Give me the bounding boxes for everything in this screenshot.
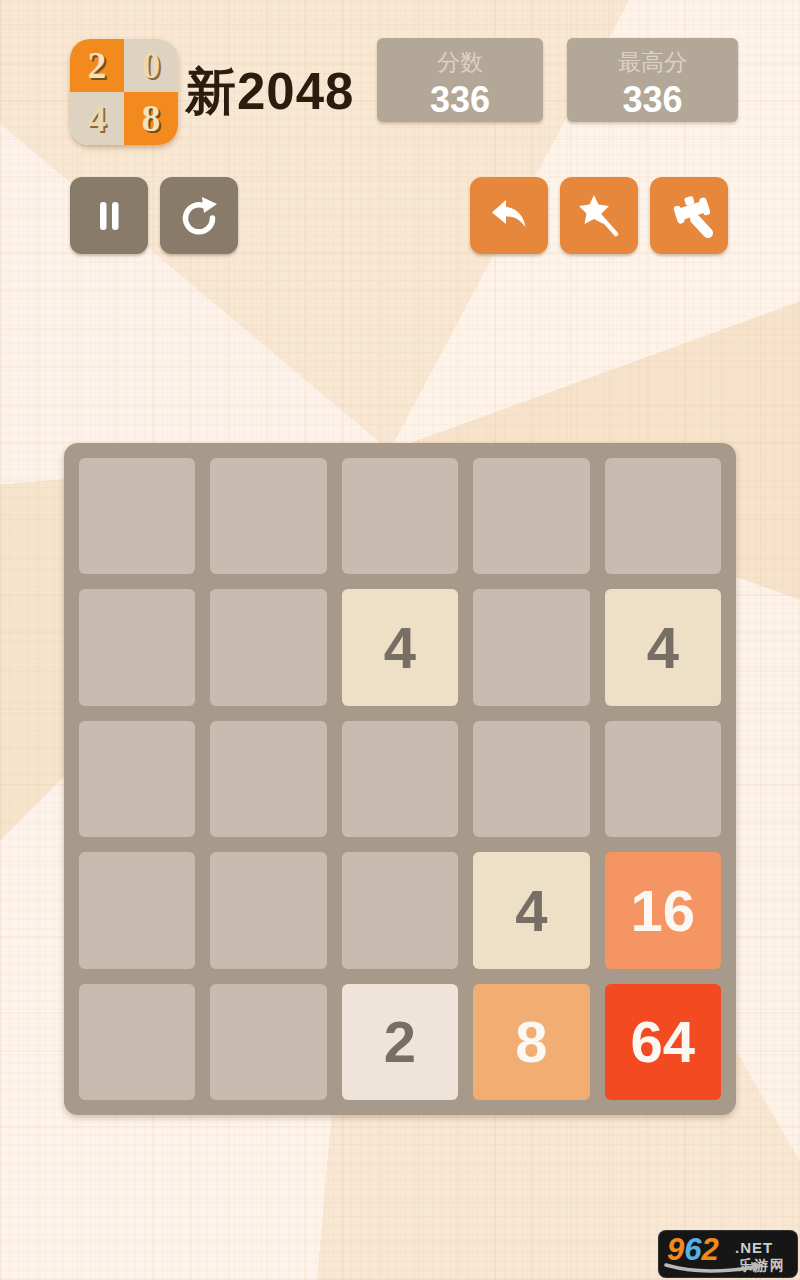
- empty-cell: [342, 721, 458, 837]
- tile-4: 4: [605, 589, 721, 705]
- empty-cell: [342, 852, 458, 968]
- tile-2: 2: [342, 984, 458, 1100]
- tile-4: 4: [342, 589, 458, 705]
- logo-digit: 2: [88, 44, 107, 87]
- score-label: 分数: [377, 47, 543, 78]
- game-screen: 2 0 4 8 新2048 分数 336 最高分 336: [0, 0, 800, 1280]
- watermark-net-label: .NET: [735, 1239, 773, 1256]
- tile-8: 8: [473, 984, 589, 1100]
- restart-icon: [175, 192, 223, 240]
- page-title: 新2048: [185, 39, 354, 145]
- score-box: 分数 336: [377, 38, 543, 122]
- empty-cell: [605, 458, 721, 574]
- magic-wand-icon: [575, 192, 623, 240]
- empty-cell: [210, 589, 326, 705]
- empty-cell: [210, 721, 326, 837]
- undo-icon: [485, 192, 533, 240]
- empty-cell: [342, 458, 458, 574]
- restart-button[interactable]: [160, 177, 238, 254]
- undo-button[interactable]: [470, 177, 548, 254]
- empty-cell: [79, 589, 195, 705]
- empty-cell: [473, 458, 589, 574]
- best-score-label: 最高分: [567, 47, 738, 78]
- logo-tile-0: 0: [124, 39, 178, 92]
- tile-4: 4: [473, 852, 589, 968]
- empty-cell: [605, 721, 721, 837]
- logo-tile-8: 8: [124, 92, 178, 145]
- gavel-icon: [665, 192, 713, 240]
- logo-tile-2: 2: [70, 39, 124, 92]
- empty-cell: [210, 984, 326, 1100]
- empty-cell: [473, 589, 589, 705]
- logo-tile-4: 4: [70, 92, 124, 145]
- empty-cell: [210, 852, 326, 968]
- swoosh-arrow-icon: [663, 1261, 775, 1277]
- empty-cell: [210, 458, 326, 574]
- best-score-value: 336: [567, 79, 738, 121]
- logo-digit: 0: [142, 44, 161, 87]
- empty-cell: [79, 984, 195, 1100]
- tile-64: 64: [605, 984, 721, 1100]
- best-score-box: 最高分 336: [567, 38, 738, 122]
- logo-digit: 4: [88, 97, 107, 140]
- app-logo: 2 0 4 8: [70, 39, 178, 145]
- empty-cell: [79, 721, 195, 837]
- logo-digit: 8: [142, 97, 161, 140]
- hammer-button[interactable]: [650, 177, 728, 254]
- pause-button[interactable]: [70, 177, 148, 254]
- site-watermark: 962 .NET 乐游网: [658, 1230, 798, 1278]
- empty-cell: [79, 458, 195, 574]
- empty-cell: [79, 852, 195, 968]
- game-board[interactable]: 444162864: [64, 443, 736, 1115]
- empty-cell: [473, 721, 589, 837]
- score-value: 336: [377, 79, 543, 121]
- wand-button[interactable]: [560, 177, 638, 254]
- tile-16: 16: [605, 852, 721, 968]
- pause-icon: [85, 192, 133, 240]
